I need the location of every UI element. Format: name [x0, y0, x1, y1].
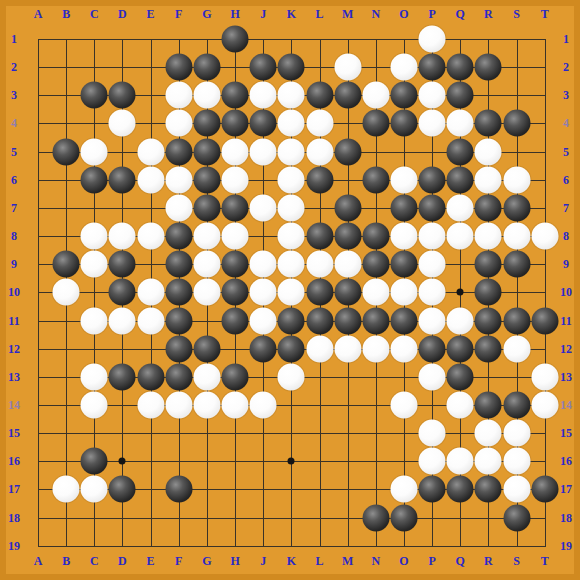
black-stone-T11	[531, 307, 558, 334]
white-stone-L9	[306, 251, 333, 278]
black-stone-H1	[222, 26, 249, 53]
col-label-top-J: J	[260, 8, 266, 20]
white-stone-O17	[390, 476, 417, 503]
white-stone-E10	[137, 279, 164, 306]
white-stone-K10	[278, 279, 305, 306]
star-point-K16	[288, 458, 295, 465]
black-stone-P2	[419, 54, 446, 81]
black-stone-C16	[81, 448, 108, 475]
col-label-bottom-K: K	[287, 555, 296, 567]
white-stone-S15	[503, 420, 530, 447]
row-label-right-2: 2	[563, 61, 569, 73]
white-stone-P3	[419, 82, 446, 109]
white-stone-C17	[81, 476, 108, 503]
black-stone-R12	[475, 335, 502, 362]
black-stone-S18	[503, 504, 530, 531]
col-label-bottom-H: H	[230, 555, 239, 567]
black-stone-F9	[165, 251, 192, 278]
white-stone-R5	[475, 138, 502, 165]
row-label-right-16: 16	[560, 455, 572, 467]
black-stone-P7	[419, 194, 446, 221]
black-stone-G6	[193, 166, 220, 193]
row-label-left-18: 18	[8, 512, 20, 524]
col-label-bottom-R: R	[484, 555, 493, 567]
row-label-right-13: 13	[560, 371, 572, 383]
white-stone-P11	[419, 307, 446, 334]
black-stone-P12	[419, 335, 446, 362]
white-stone-O8	[390, 223, 417, 250]
white-stone-G9	[193, 251, 220, 278]
white-stone-R15	[475, 420, 502, 447]
black-stone-O18	[390, 504, 417, 531]
white-stone-P8	[419, 223, 446, 250]
col-label-bottom-Q: Q	[456, 555, 465, 567]
white-stone-J11	[250, 307, 277, 334]
row-label-right-5: 5	[563, 146, 569, 158]
white-stone-F6	[165, 166, 192, 193]
white-stone-D8	[109, 223, 136, 250]
black-stone-C6	[81, 166, 108, 193]
white-stone-M12	[334, 335, 361, 362]
col-label-bottom-L: L	[315, 555, 323, 567]
black-stone-N18	[362, 504, 389, 531]
black-stone-Q12	[447, 335, 474, 362]
row-label-left-9: 9	[11, 258, 17, 270]
white-stone-O2	[390, 54, 417, 81]
black-stone-N9	[362, 251, 389, 278]
white-stone-K13	[278, 363, 305, 390]
row-label-left-8: 8	[11, 230, 17, 242]
black-stone-O4	[390, 110, 417, 137]
row-label-right-3: 3	[563, 89, 569, 101]
white-stone-O10	[390, 279, 417, 306]
white-stone-G13	[193, 363, 220, 390]
row-label-left-11: 11	[8, 315, 19, 327]
white-stone-Q7	[447, 194, 474, 221]
col-label-bottom-N: N	[371, 555, 380, 567]
white-stone-P10	[419, 279, 446, 306]
white-stone-H5	[222, 138, 249, 165]
col-label-bottom-O: O	[399, 555, 408, 567]
black-stone-J2	[250, 54, 277, 81]
white-stone-Q14	[447, 391, 474, 418]
white-stone-C9	[81, 251, 108, 278]
black-stone-D13	[109, 363, 136, 390]
black-stone-S4	[503, 110, 530, 137]
col-label-bottom-J: J	[260, 555, 266, 567]
white-stone-J10	[250, 279, 277, 306]
col-label-top-S: S	[513, 8, 520, 20]
black-stone-Q6	[447, 166, 474, 193]
black-stone-R7	[475, 194, 502, 221]
white-stone-P15	[419, 420, 446, 447]
row-label-left-1: 1	[11, 33, 17, 45]
black-stone-S11	[503, 307, 530, 334]
black-stone-G5	[193, 138, 220, 165]
white-stone-Q16	[447, 448, 474, 475]
white-stone-F3	[165, 82, 192, 109]
white-stone-M9	[334, 251, 361, 278]
black-stone-F2	[165, 54, 192, 81]
black-stone-M10	[334, 279, 361, 306]
white-stone-K3	[278, 82, 305, 109]
row-label-left-14: 14	[8, 399, 20, 411]
black-stone-P6	[419, 166, 446, 193]
black-stone-M5	[334, 138, 361, 165]
black-stone-C3	[81, 82, 108, 109]
white-stone-F14	[165, 391, 192, 418]
black-stone-S14	[503, 391, 530, 418]
black-stone-N11	[362, 307, 389, 334]
black-stone-N6	[362, 166, 389, 193]
row-label-right-17: 17	[560, 483, 572, 495]
col-label-top-B: B	[62, 8, 70, 20]
black-stone-G2	[193, 54, 220, 81]
col-label-bottom-B: B	[62, 555, 70, 567]
black-stone-G7	[193, 194, 220, 221]
black-stone-H3	[222, 82, 249, 109]
white-stone-J3	[250, 82, 277, 109]
white-stone-C14	[81, 391, 108, 418]
col-label-top-C: C	[90, 8, 99, 20]
white-stone-Q4	[447, 110, 474, 137]
black-stone-O9	[390, 251, 417, 278]
white-stone-K7	[278, 194, 305, 221]
col-label-top-F: F	[175, 8, 182, 20]
row-label-left-2: 2	[11, 61, 17, 73]
white-stone-T13	[531, 363, 558, 390]
col-label-top-T: T	[541, 8, 549, 20]
go-app-window: AABBCCDDEEFFGGHHJJKKLLMMNNOOPPQQRRSSTT11…	[0, 0, 580, 580]
row-label-right-10: 10	[560, 286, 572, 298]
col-label-bottom-P: P	[428, 555, 435, 567]
black-stone-J12	[250, 335, 277, 362]
row-label-left-19: 19	[8, 540, 20, 552]
white-stone-S6	[503, 166, 530, 193]
black-stone-H4	[222, 110, 249, 137]
black-stone-M7	[334, 194, 361, 221]
black-stone-F11	[165, 307, 192, 334]
col-label-top-R: R	[484, 8, 493, 20]
black-stone-F17	[165, 476, 192, 503]
black-stone-O3	[390, 82, 417, 109]
black-stone-K2	[278, 54, 305, 81]
white-stone-O14	[390, 391, 417, 418]
col-label-bottom-M: M	[342, 555, 353, 567]
white-stone-C5	[81, 138, 108, 165]
white-stone-H14	[222, 391, 249, 418]
white-stone-E5	[137, 138, 164, 165]
black-stone-R2	[475, 54, 502, 81]
white-stone-N3	[362, 82, 389, 109]
black-stone-F5	[165, 138, 192, 165]
black-stone-F13	[165, 363, 192, 390]
row-label-left-5: 5	[11, 146, 17, 158]
white-stone-P16	[419, 448, 446, 475]
black-stone-L11	[306, 307, 333, 334]
black-stone-N8	[362, 223, 389, 250]
white-stone-K6	[278, 166, 305, 193]
white-stone-P1	[419, 26, 446, 53]
white-stone-G10	[193, 279, 220, 306]
black-stone-H11	[222, 307, 249, 334]
col-label-top-D: D	[118, 8, 127, 20]
black-stone-H10	[222, 279, 249, 306]
white-stone-C13	[81, 363, 108, 390]
grid-line-horizontal	[38, 433, 546, 434]
col-label-top-H: H	[230, 8, 239, 20]
black-stone-Q5	[447, 138, 474, 165]
white-stone-B10	[53, 279, 80, 306]
black-stone-G4	[193, 110, 220, 137]
black-stone-F12	[165, 335, 192, 362]
col-label-top-A: A	[34, 8, 43, 20]
row-label-left-17: 17	[8, 483, 20, 495]
row-label-right-8: 8	[563, 230, 569, 242]
white-stone-D11	[109, 307, 136, 334]
row-label-right-19: 19	[560, 540, 572, 552]
white-stone-J7	[250, 194, 277, 221]
white-stone-F4	[165, 110, 192, 137]
black-stone-D3	[109, 82, 136, 109]
white-stone-P4	[419, 110, 446, 137]
white-stone-B17	[53, 476, 80, 503]
white-stone-K4	[278, 110, 305, 137]
black-stone-K12	[278, 335, 305, 362]
black-stone-B9	[53, 251, 80, 278]
col-label-top-L: L	[315, 8, 323, 20]
row-label-left-12: 12	[8, 343, 20, 355]
black-stone-H9	[222, 251, 249, 278]
black-stone-L8	[306, 223, 333, 250]
white-stone-Q8	[447, 223, 474, 250]
col-label-top-K: K	[287, 8, 296, 20]
white-stone-K9	[278, 251, 305, 278]
white-stone-D4	[109, 110, 136, 137]
white-stone-R16	[475, 448, 502, 475]
black-stone-L10	[306, 279, 333, 306]
black-stone-D17	[109, 476, 136, 503]
black-stone-F8	[165, 223, 192, 250]
black-stone-Q13	[447, 363, 474, 390]
black-stone-E13	[137, 363, 164, 390]
col-label-bottom-T: T	[541, 555, 549, 567]
col-label-bottom-F: F	[175, 555, 182, 567]
white-stone-T8	[531, 223, 558, 250]
black-stone-D6	[109, 166, 136, 193]
white-stone-M2	[334, 54, 361, 81]
white-stone-N10	[362, 279, 389, 306]
white-stone-G14	[193, 391, 220, 418]
star-point-Q10	[457, 289, 464, 296]
black-stone-R11	[475, 307, 502, 334]
white-stone-E6	[137, 166, 164, 193]
black-stone-R17	[475, 476, 502, 503]
white-stone-N12	[362, 335, 389, 362]
black-stone-R14	[475, 391, 502, 418]
row-label-left-6: 6	[11, 174, 17, 186]
row-label-left-4: 4	[11, 117, 17, 129]
black-stone-M3	[334, 82, 361, 109]
col-label-top-Q: Q	[456, 8, 465, 20]
black-stone-K11	[278, 307, 305, 334]
col-label-bottom-A: A	[34, 555, 43, 567]
row-label-right-6: 6	[563, 174, 569, 186]
black-stone-D10	[109, 279, 136, 306]
col-label-bottom-D: D	[118, 555, 127, 567]
row-label-right-15: 15	[560, 427, 572, 439]
black-stone-G12	[193, 335, 220, 362]
black-stone-O7	[390, 194, 417, 221]
col-label-top-E: E	[147, 8, 155, 20]
white-stone-E8	[137, 223, 164, 250]
white-stone-G3	[193, 82, 220, 109]
col-label-bottom-G: G	[202, 555, 211, 567]
grid-line-horizontal	[38, 546, 546, 547]
white-stone-S16	[503, 448, 530, 475]
black-stone-D9	[109, 251, 136, 278]
white-stone-E11	[137, 307, 164, 334]
black-stone-M11	[334, 307, 361, 334]
white-stone-T14	[531, 391, 558, 418]
white-stone-Q11	[447, 307, 474, 334]
col-label-bottom-E: E	[147, 555, 155, 567]
white-stone-L4	[306, 110, 333, 137]
white-stone-R8	[475, 223, 502, 250]
white-stone-H8	[222, 223, 249, 250]
black-stone-L6	[306, 166, 333, 193]
black-stone-L3	[306, 82, 333, 109]
black-stone-B5	[53, 138, 80, 165]
row-label-right-14: 14	[560, 399, 572, 411]
white-stone-S8	[503, 223, 530, 250]
white-stone-H6	[222, 166, 249, 193]
white-stone-K5	[278, 138, 305, 165]
col-label-top-O: O	[399, 8, 408, 20]
white-stone-O6	[390, 166, 417, 193]
white-stone-R6	[475, 166, 502, 193]
col-label-top-G: G	[202, 8, 211, 20]
white-stone-G8	[193, 223, 220, 250]
row-label-left-10: 10	[8, 286, 20, 298]
white-stone-J14	[250, 391, 277, 418]
col-label-top-N: N	[371, 8, 380, 20]
black-stone-P17	[419, 476, 446, 503]
black-stone-R9	[475, 251, 502, 278]
white-stone-F7	[165, 194, 192, 221]
white-stone-L5	[306, 138, 333, 165]
black-stone-H7	[222, 194, 249, 221]
white-stone-S17	[503, 476, 530, 503]
black-stone-Q2	[447, 54, 474, 81]
white-stone-C11	[81, 307, 108, 334]
black-stone-H13	[222, 363, 249, 390]
col-label-top-P: P	[428, 8, 435, 20]
row-label-right-1: 1	[563, 33, 569, 45]
black-stone-S9	[503, 251, 530, 278]
white-stone-L12	[306, 335, 333, 362]
grid-line-vertical	[545, 39, 546, 547]
row-label-left-15: 15	[8, 427, 20, 439]
black-stone-O11	[390, 307, 417, 334]
white-stone-P13	[419, 363, 446, 390]
white-stone-C8	[81, 223, 108, 250]
black-stone-J4	[250, 110, 277, 137]
black-stone-Q3	[447, 82, 474, 109]
col-label-bottom-S: S	[513, 555, 520, 567]
black-stone-S7	[503, 194, 530, 221]
row-label-left-16: 16	[8, 455, 20, 467]
white-stone-K8	[278, 223, 305, 250]
white-stone-O12	[390, 335, 417, 362]
star-point-D16	[119, 458, 126, 465]
row-label-right-9: 9	[563, 258, 569, 270]
row-label-right-4: 4	[563, 117, 569, 129]
black-stone-R10	[475, 279, 502, 306]
row-label-right-11: 11	[560, 315, 571, 327]
row-label-left-3: 3	[11, 89, 17, 101]
black-stone-F10	[165, 279, 192, 306]
white-stone-J9	[250, 251, 277, 278]
black-stone-Q17	[447, 476, 474, 503]
row-label-right-12: 12	[560, 343, 572, 355]
grid-line-horizontal	[38, 518, 546, 519]
col-label-top-M: M	[342, 8, 353, 20]
row-label-right-7: 7	[563, 202, 569, 214]
row-label-left-13: 13	[8, 371, 20, 383]
white-stone-J5	[250, 138, 277, 165]
col-label-bottom-C: C	[90, 555, 99, 567]
black-stone-R4	[475, 110, 502, 137]
white-stone-E14	[137, 391, 164, 418]
white-stone-P9	[419, 251, 446, 278]
black-stone-N4	[362, 110, 389, 137]
black-stone-T17	[531, 476, 558, 503]
row-label-left-7: 7	[11, 202, 17, 214]
white-stone-S12	[503, 335, 530, 362]
black-stone-M8	[334, 223, 361, 250]
row-label-right-18: 18	[560, 512, 572, 524]
